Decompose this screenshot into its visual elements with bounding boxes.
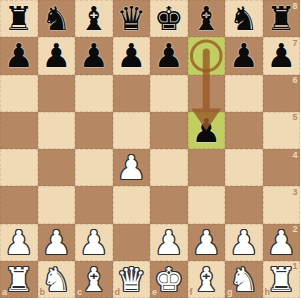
square-e2[interactable]: ♟: [150, 224, 188, 261]
square-c3[interactable]: [75, 186, 113, 223]
square-b8[interactable]: ♞: [38, 0, 76, 37]
square-f7[interactable]: [188, 37, 226, 74]
square-f5[interactable]: ♟: [188, 112, 226, 149]
square-b7[interactable]: ♟: [38, 37, 76, 74]
square-a1[interactable]: ♜: [0, 261, 38, 298]
piece-black-pawn-d7[interactable]: ♟: [116, 39, 146, 72]
piece-black-king-e8[interactable]: ♚: [154, 2, 184, 35]
square-f8[interactable]: ♝: [188, 0, 226, 37]
square-d5[interactable]: [113, 112, 151, 149]
piece-black-bishop-c8[interactable]: ♝: [79, 2, 109, 35]
square-g4[interactable]: [225, 149, 263, 186]
square-f6[interactable]: [188, 75, 226, 112]
piece-black-pawn-c7[interactable]: ♟: [79, 39, 109, 72]
piece-white-pawn-h2[interactable]: ♟: [266, 226, 296, 259]
piece-white-pawn-a2[interactable]: ♟: [4, 226, 34, 259]
square-g8[interactable]: ♞: [225, 0, 263, 37]
square-g1[interactable]: ♞: [225, 261, 263, 298]
piece-black-bishop-f8[interactable]: ♝: [191, 2, 221, 35]
square-a8[interactable]: ♜: [0, 0, 38, 37]
square-e6[interactable]: [150, 75, 188, 112]
square-a6[interactable]: [0, 75, 38, 112]
piece-white-pawn-b2[interactable]: ♟: [41, 226, 71, 259]
square-c2[interactable]: ♟: [75, 224, 113, 261]
piece-white-queen-d1[interactable]: ♛: [116, 263, 146, 296]
piece-black-pawn-e7[interactable]: ♟: [154, 39, 184, 72]
square-d6[interactable]: [113, 75, 151, 112]
piece-black-pawn-h7[interactable]: ♟: [266, 39, 296, 72]
square-c6[interactable]: [75, 75, 113, 112]
square-e5[interactable]: [150, 112, 188, 149]
piece-white-pawn-f2[interactable]: ♟: [191, 226, 221, 259]
square-f3[interactable]: [188, 186, 226, 223]
piece-black-queen-d8[interactable]: ♛: [116, 2, 146, 35]
piece-black-rook-h8[interactable]: ♜: [266, 2, 296, 35]
piece-white-rook-a1[interactable]: ♜: [4, 263, 34, 296]
piece-white-pawn-d4[interactable]: ♟: [116, 151, 146, 184]
piece-white-pawn-c2[interactable]: ♟: [79, 226, 109, 259]
piece-black-knight-g8[interactable]: ♞: [229, 2, 259, 35]
piece-white-bishop-c1[interactable]: ♝: [79, 263, 109, 296]
square-h2[interactable]: ♟: [263, 224, 301, 261]
square-b3[interactable]: [38, 186, 76, 223]
square-d4[interactable]: ♟: [113, 149, 151, 186]
square-d8[interactable]: ♛: [113, 0, 151, 37]
square-a7[interactable]: ♟: [0, 37, 38, 74]
square-g2[interactable]: ♟: [225, 224, 263, 261]
square-e4[interactable]: [150, 149, 188, 186]
square-a2[interactable]: ♟: [0, 224, 38, 261]
square-c1[interactable]: ♝: [75, 261, 113, 298]
square-c5[interactable]: [75, 112, 113, 149]
piece-white-king-e1[interactable]: ♚: [154, 263, 184, 296]
piece-black-pawn-b7[interactable]: ♟: [41, 39, 71, 72]
chess-board: ♜♞♝♛♚♝♞♜♟♟♟♟♟♟♟♟♟♟♟♟♟♟♟♟♜♞♝♛♚♝♞♜: [0, 0, 300, 298]
chess-board-panel: ♜♞♝♛♚♝♞♜♟♟♟♟♟♟♟♟♟♟♟♟♟♟♟♟♜♞♝♛♚♝♞♜ 8765432…: [0, 0, 300, 298]
square-h8[interactable]: ♜: [263, 0, 301, 37]
square-c7[interactable]: ♟: [75, 37, 113, 74]
square-a3[interactable]: [0, 186, 38, 223]
square-g6[interactable]: [225, 75, 263, 112]
square-b6[interactable]: [38, 75, 76, 112]
square-f1[interactable]: ♝: [188, 261, 226, 298]
square-g3[interactable]: [225, 186, 263, 223]
square-e7[interactable]: ♟: [150, 37, 188, 74]
piece-black-pawn-g7[interactable]: ♟: [229, 39, 259, 72]
square-c4[interactable]: [75, 149, 113, 186]
square-h6[interactable]: [263, 75, 301, 112]
square-d7[interactable]: ♟: [113, 37, 151, 74]
piece-white-knight-b1[interactable]: ♞: [41, 263, 71, 296]
square-d1[interactable]: ♛: [113, 261, 151, 298]
piece-white-knight-g1[interactable]: ♞: [229, 263, 259, 296]
piece-white-bishop-f1[interactable]: ♝: [191, 263, 221, 296]
square-g7[interactable]: ♟: [225, 37, 263, 74]
square-a5[interactable]: [0, 112, 38, 149]
piece-black-pawn-f5[interactable]: ♟: [191, 114, 221, 147]
square-e3[interactable]: [150, 186, 188, 223]
piece-white-pawn-e2[interactable]: ♟: [154, 226, 184, 259]
square-a4[interactable]: [0, 149, 38, 186]
square-b5[interactable]: [38, 112, 76, 149]
square-h4[interactable]: [263, 149, 301, 186]
square-e1[interactable]: ♚: [150, 261, 188, 298]
square-d2[interactable]: [113, 224, 151, 261]
square-b2[interactable]: ♟: [38, 224, 76, 261]
piece-black-rook-a8[interactable]: ♜: [4, 2, 34, 35]
square-h5[interactable]: [263, 112, 301, 149]
square-h7[interactable]: ♟: [263, 37, 301, 74]
square-h1[interactable]: ♜: [263, 261, 301, 298]
square-e8[interactable]: ♚: [150, 0, 188, 37]
piece-white-rook-h1[interactable]: ♜: [266, 263, 296, 296]
piece-white-pawn-g2[interactable]: ♟: [229, 226, 259, 259]
square-f4[interactable]: [188, 149, 226, 186]
square-c8[interactable]: ♝: [75, 0, 113, 37]
square-b4[interactable]: [38, 149, 76, 186]
square-g5[interactable]: [225, 112, 263, 149]
square-d3[interactable]: [113, 186, 151, 223]
square-f2[interactable]: ♟: [188, 224, 226, 261]
square-h3[interactable]: [263, 186, 301, 223]
piece-black-pawn-a7[interactable]: ♟: [4, 39, 34, 72]
square-b1[interactable]: ♞: [38, 261, 76, 298]
piece-black-knight-b8[interactable]: ♞: [41, 2, 71, 35]
